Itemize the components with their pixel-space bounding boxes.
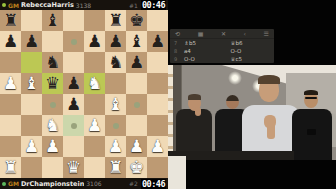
square-b5[interactable]: ♝: [21, 73, 42, 94]
white-move[interactable]: a4: [181, 48, 228, 54]
stream-window: GM RebeccaHarris 3138 #1 00:46 ♜♝♜♚♟♟♟♟♝…: [0, 0, 336, 189]
square-h6[interactable]: [147, 52, 168, 73]
white-pawn[interactable]: ♟: [105, 136, 126, 157]
white-bishop[interactable]: ♝: [105, 94, 126, 115]
white-pawn[interactable]: ♟: [42, 136, 63, 157]
ceiling-light: [228, 71, 242, 85]
white-move[interactable]: O-O: [181, 56, 228, 62]
board-icon[interactable]: ▦: [198, 30, 204, 37]
top-player-flair-icon: [2, 3, 6, 7]
square-c5[interactable]: ♛: [42, 73, 63, 94]
top-player-rating: 3138: [76, 2, 91, 9]
square-e6[interactable]: [84, 52, 105, 73]
white-rook[interactable]: ♜: [0, 157, 21, 178]
move-row: 9O-O♕c5: [170, 55, 274, 63]
square-e3[interactable]: ♟: [84, 115, 105, 136]
square-e5[interactable]: ♞: [84, 73, 105, 94]
bottom-player-title: GM: [8, 180, 19, 187]
close-icon[interactable]: ✕: [221, 30, 226, 37]
black-pawn[interactable]: ♟: [105, 31, 126, 52]
square-e2[interactable]: [84, 136, 105, 157]
square-d8[interactable]: [63, 10, 84, 31]
white-knight[interactable]: ♞: [42, 115, 63, 136]
square-b7[interactable]: ♟: [21, 31, 42, 52]
person-left-hand: [195, 107, 201, 116]
black-pawn[interactable]: ♟: [84, 31, 105, 52]
square-e4[interactable]: [84, 94, 105, 115]
square-c6[interactable]: ♞: [42, 52, 63, 73]
square-g6[interactable]: ♟: [126, 52, 147, 73]
white-pawn[interactable]: ♟: [0, 73, 21, 94]
bottom-player-clock: 00:46: [141, 179, 166, 189]
square-c3[interactable]: ♞: [42, 115, 63, 136]
phone: [307, 129, 316, 135]
square-f3[interactable]: [105, 115, 126, 136]
bottom-player-rating: 3106: [86, 180, 101, 187]
square-h8[interactable]: [147, 10, 168, 31]
legal-move-dot[interactable]: [113, 123, 119, 129]
square-c4[interactable]: [42, 94, 63, 115]
square-g1[interactable]: ♚: [126, 157, 147, 178]
black-pawn[interactable]: ♟: [0, 31, 21, 52]
square-b6[interactable]: [21, 52, 42, 73]
square-b1[interactable]: [21, 157, 42, 178]
top-player-title: GM: [8, 2, 19, 9]
bottom-player-online-icon: [2, 182, 6, 186]
bottom-player-bar: GM DrChampionstein 3106 #2 00:46: [0, 178, 168, 189]
glasses-icon: [305, 97, 317, 99]
white-pawn[interactable]: ♟: [126, 136, 147, 157]
square-c1[interactable]: [42, 157, 63, 178]
square-e7[interactable]: ♟: [84, 31, 105, 52]
chess-board[interactable]: ♜♝♜♚♟♟♟♟♝♟♞♞♟♟♝♛♟♞♟♝♞♟♟♟♟♟♟♜♛♜♚: [0, 10, 168, 178]
square-a7[interactable]: ♟: [0, 31, 21, 52]
black-knight[interactable]: ♞: [105, 52, 126, 73]
black-pawn[interactable]: ♟: [21, 31, 42, 52]
square-b8[interactable]: [21, 10, 42, 31]
square-d7[interactable]: [63, 31, 84, 52]
square-d6[interactable]: [63, 52, 84, 73]
bottom-board-number: #2: [129, 180, 138, 187]
square-c7[interactable]: [42, 31, 63, 52]
black-rook[interactable]: ♜: [0, 10, 21, 31]
square-d1[interactable]: ♛: [63, 157, 84, 178]
black-queen[interactable]: ♛: [42, 73, 63, 94]
square-f7[interactable]: ♟: [105, 31, 126, 52]
square-b3[interactable]: [21, 115, 42, 136]
square-f1[interactable]: ♜: [105, 157, 126, 178]
person-main-hand: [264, 115, 276, 128]
black-pawn[interactable]: ♟: [63, 73, 84, 94]
square-a3[interactable]: [0, 115, 21, 136]
board-pane: GM RebeccaHarris 3138 #1 00:46 ♜♝♜♚♟♟♟♟♝…: [0, 0, 168, 189]
black-knight[interactable]: ♞: [42, 52, 63, 73]
square-h4[interactable]: [147, 94, 168, 115]
stream-right-pane: ⟲▦✕‹☰ 7♗b5♕b68a4O-O9O-O♕c5: [168, 0, 336, 189]
square-a1[interactable]: ♜: [0, 157, 21, 178]
square-d3[interactable]: [63, 115, 84, 136]
square-d5[interactable]: ♟: [63, 73, 84, 94]
top-player-name[interactable]: RebeccaHarris: [21, 1, 74, 9]
square-e8[interactable]: [84, 10, 105, 31]
square-g4[interactable]: [126, 94, 147, 115]
white-rook[interactable]: ♜: [105, 157, 126, 178]
prev-move-icon[interactable]: ‹: [244, 30, 246, 37]
move-panel-toolbar: ⟲▦✕‹☰: [170, 29, 274, 39]
square-a2[interactable]: [0, 136, 21, 157]
white-pawn[interactable]: ♟: [147, 136, 168, 157]
menu-icon[interactable]: ☰: [264, 30, 269, 37]
move-row: 8a4O-O: [170, 47, 274, 55]
white-king[interactable]: ♚: [126, 157, 147, 178]
person-middle-head: [226, 95, 239, 109]
square-h2[interactable]: ♟: [147, 136, 168, 157]
person-right-hair: [304, 90, 318, 95]
top-player-bar: GM RebeccaHarris 3138 #1 00:46: [0, 0, 168, 10]
square-a6[interactable]: [0, 52, 21, 73]
black-pawn[interactable]: ♟: [63, 94, 84, 115]
square-h5[interactable]: [147, 73, 168, 94]
couch: [168, 151, 294, 160]
white-move[interactable]: ♗b5: [181, 40, 228, 46]
black-pawn[interactable]: ♟: [126, 52, 147, 73]
square-f2[interactable]: ♟: [105, 136, 126, 157]
square-g7[interactable]: ♝: [126, 31, 147, 52]
square-g8[interactable]: ♚: [126, 10, 147, 31]
bottom-clock-wrap: #2 00:46: [129, 179, 166, 189]
black-king[interactable]: ♚: [126, 10, 147, 31]
white-bishop[interactable]: ♝: [21, 73, 42, 94]
move-row: 7♗b5♕b6: [170, 39, 274, 47]
legal-move-dot[interactable]: [134, 102, 140, 108]
white-queen[interactable]: ♛: [63, 157, 84, 178]
move-number: 7: [170, 40, 181, 46]
square-g2[interactable]: ♟: [126, 136, 147, 157]
white-furniture: [168, 156, 186, 189]
square-d2[interactable]: [63, 136, 84, 157]
square-h3[interactable]: [147, 115, 168, 136]
square-a4[interactable]: [0, 94, 21, 115]
black-move[interactable]: ♕c5: [228, 56, 275, 62]
square-e1[interactable]: [84, 157, 105, 178]
square-f6[interactable]: ♞: [105, 52, 126, 73]
legal-move-dot[interactable]: [71, 39, 77, 45]
person-main-hair: [258, 75, 280, 84]
square-f4[interactable]: ♝: [105, 94, 126, 115]
person-left-hair: [188, 94, 201, 100]
top-clock-wrap: #1 00:46: [129, 0, 166, 10]
square-h1[interactable]: [147, 157, 168, 178]
bottom-player-name[interactable]: DrChampionstein: [21, 180, 84, 188]
square-a5[interactable]: ♟: [0, 73, 21, 94]
square-h7[interactable]: ♟: [147, 31, 168, 52]
square-b2[interactable]: ♟: [21, 136, 42, 157]
square-g3[interactable]: [126, 115, 147, 136]
webcam-view: [168, 65, 336, 160]
top-board-number: #1: [129, 2, 138, 9]
square-f8[interactable]: ♜: [105, 10, 126, 31]
flip-board-icon[interactable]: ⟲: [175, 30, 180, 37]
square-f5[interactable]: [105, 73, 126, 94]
legal-move-dot[interactable]: [50, 102, 56, 108]
square-c8[interactable]: ♝: [42, 10, 63, 31]
black-rook[interactable]: ♜: [105, 10, 126, 31]
black-bishop[interactable]: ♝: [126, 31, 147, 52]
square-b4[interactable]: [21, 94, 42, 115]
black-move[interactable]: ♕b6: [228, 40, 275, 46]
move-list: 7♗b5♕b68a4O-O9O-O♕c5: [170, 39, 274, 63]
black-pawn[interactable]: ♟: [147, 31, 168, 52]
square-c2[interactable]: ♟: [42, 136, 63, 157]
black-move[interactable]: O-O: [228, 48, 275, 54]
top-player-clock: 00:46: [141, 0, 166, 10]
move-number: 9: [170, 56, 181, 62]
legal-move-dot[interactable]: [71, 123, 77, 129]
square-g5[interactable]: [126, 73, 147, 94]
square-d4[interactable]: ♟: [63, 94, 84, 115]
move-number: 8: [170, 48, 181, 54]
move-list-panel: ⟲▦✕‹☰ 7♗b5♕b68a4O-O9O-O♕c5: [170, 29, 274, 63]
white-knight[interactable]: ♞: [84, 73, 105, 94]
black-bishop[interactable]: ♝: [42, 10, 63, 31]
white-pawn[interactable]: ♟: [21, 136, 42, 157]
square-a8[interactable]: ♜: [0, 10, 21, 31]
white-pawn[interactable]: ♟: [84, 115, 105, 136]
